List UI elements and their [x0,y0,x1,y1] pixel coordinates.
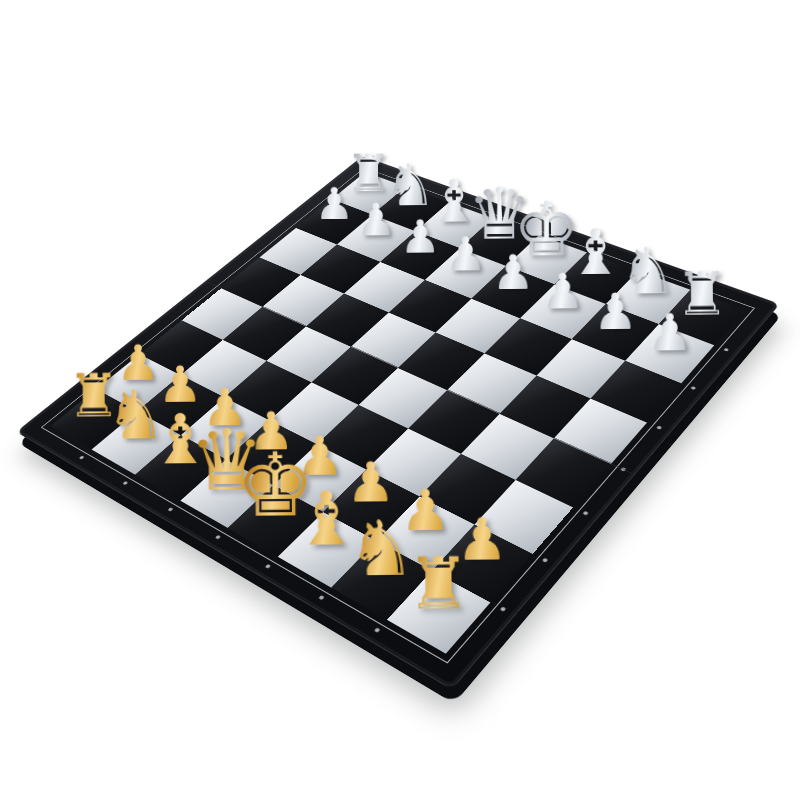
magnet-dot-right-3 [656,425,662,429]
magnet-dot-bottom-2 [122,481,128,485]
magnet-dot-bottom-4 [215,535,221,540]
magnet-dot-bottom-3 [167,507,173,511]
chess-board: ♜♞♝♛♚♝♞♜♟♟♟♟♟♟♟♟♟♟♟♟♟♟♟♟♜♞♝♛♚♝♞♜ [16,156,780,690]
magnet-dot-right-7 [500,606,507,611]
chess-set-product-photo: ♜♞♝♛♚♝♞♜♟♟♟♟♟♟♟♟♟♟♟♟♟♟♟♟♜♞♝♛♚♝♞♜ [0,0,800,800]
magnet-dot-right-1 [723,348,729,352]
magnet-dot-bottom-7 [374,627,381,632]
border-magnet-dots [16,156,781,690]
magnet-dot-right-6 [542,557,549,562]
magnet-dot-bottom-1 [79,456,85,460]
magnet-dot-bottom-5 [265,564,271,569]
magnet-dot-right-5 [582,511,588,516]
magnet-dot-right-2 [691,386,697,390]
magnet-dot-bottom-6 [318,595,325,600]
